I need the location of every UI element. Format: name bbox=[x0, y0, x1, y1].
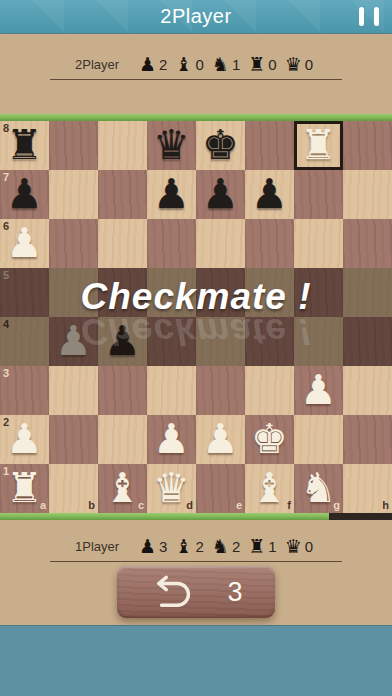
bottom-player-name: 1Player bbox=[75, 539, 119, 554]
piece-black-pawn: ♟ bbox=[98, 317, 147, 366]
square-g5[interactable] bbox=[294, 268, 343, 317]
top-player-name: 2Player bbox=[75, 57, 119, 72]
square-e6[interactable] bbox=[196, 219, 245, 268]
piece-black-pawn: ♟ bbox=[245, 170, 294, 219]
square-h3[interactable] bbox=[343, 366, 392, 415]
captured-pawn-top: ♟2 bbox=[139, 53, 167, 75]
bishop-count: 2 bbox=[196, 538, 204, 555]
bottom-divider bbox=[50, 561, 342, 562]
square-b2[interactable] bbox=[49, 415, 98, 464]
pause-icon bbox=[359, 7, 364, 26]
queen-icon: ♛ bbox=[285, 535, 302, 557]
square-b7[interactable] bbox=[49, 170, 98, 219]
square-e1[interactable]: e bbox=[196, 464, 245, 513]
pawn-count: 2 bbox=[159, 56, 167, 73]
file-label-e: e bbox=[236, 500, 242, 511]
square-b1[interactable]: b bbox=[49, 464, 98, 513]
piece-white-pawn: ♟ bbox=[294, 366, 343, 415]
piece-white-pawn: ♟ bbox=[147, 415, 196, 464]
piece-black-queen: ♛ bbox=[147, 121, 196, 170]
square-a4[interactable]: 4 bbox=[0, 317, 49, 366]
square-f3[interactable] bbox=[245, 366, 294, 415]
square-g6[interactable] bbox=[294, 219, 343, 268]
knight-count: 2 bbox=[232, 538, 240, 555]
pawn-icon: ♟ bbox=[139, 535, 156, 557]
piece-black-pawn: ♟ bbox=[196, 170, 245, 219]
square-f5[interactable] bbox=[245, 268, 294, 317]
queen-icon: ♛ bbox=[285, 53, 302, 75]
square-h1[interactable]: h bbox=[343, 464, 392, 513]
square-f1[interactable]: f♝ bbox=[245, 464, 294, 513]
piece-white-bishop: ♝ bbox=[245, 464, 294, 513]
square-h2[interactable] bbox=[343, 415, 392, 464]
undo-button[interactable]: 3 bbox=[117, 566, 275, 618]
piece-white-queen: ♛ bbox=[147, 464, 196, 513]
piece-white-bishop: ♝ bbox=[98, 464, 147, 513]
captured-knight-top: ♞1 bbox=[212, 53, 240, 75]
square-b4[interactable]: ♟ bbox=[49, 317, 98, 366]
square-g1[interactable]: g♞ bbox=[294, 464, 343, 513]
square-c7[interactable] bbox=[98, 170, 147, 219]
square-e3[interactable] bbox=[196, 366, 245, 415]
rook-icon: ♜ bbox=[248, 53, 265, 75]
square-e4[interactable] bbox=[196, 317, 245, 366]
pawn-count: 3 bbox=[159, 538, 167, 555]
square-g3[interactable]: ♟ bbox=[294, 366, 343, 415]
square-b8[interactable] bbox=[49, 121, 98, 170]
timer-bar-top bbox=[0, 114, 392, 121]
undo-count: 3 bbox=[227, 577, 242, 608]
square-g7[interactable] bbox=[294, 170, 343, 219]
footer-bar bbox=[0, 625, 392, 696]
square-c3[interactable] bbox=[98, 366, 147, 415]
square-h8[interactable] bbox=[343, 121, 392, 170]
square-c5[interactable] bbox=[98, 268, 147, 317]
rook-count: 1 bbox=[268, 538, 276, 555]
captured-queen-bottom: ♛0 bbox=[285, 535, 313, 557]
square-h5[interactable] bbox=[343, 268, 392, 317]
timer-top-fill bbox=[0, 114, 392, 121]
board-area: 8♜♛♚♜7♟♟♟♟6♟54♟♟3♟2♟♟♟♚1a♜bc♝d♛ef♝g♞h Ch… bbox=[0, 121, 392, 513]
undo-arrow-icon bbox=[149, 575, 191, 609]
pause-icon bbox=[374, 7, 379, 26]
captures-bottom: ♟3♝2♞2♜1♛0 bbox=[135, 535, 317, 557]
piece-white-knight: ♞ bbox=[294, 464, 343, 513]
square-a5[interactable]: 5 bbox=[0, 268, 49, 317]
square-e5[interactable] bbox=[196, 268, 245, 317]
square-f2[interactable]: ♚ bbox=[245, 415, 294, 464]
square-d3[interactable] bbox=[147, 366, 196, 415]
square-g4[interactable] bbox=[294, 317, 343, 366]
square-e8[interactable]: ♚ bbox=[196, 121, 245, 170]
bishop-icon: ♝ bbox=[175, 535, 192, 557]
pause-button[interactable] bbox=[359, 7, 379, 26]
knight-icon: ♞ bbox=[212, 53, 229, 75]
piece-white-pawn: ♟ bbox=[0, 219, 49, 268]
top-divider bbox=[50, 79, 342, 80]
piece-white-rook: ♜ bbox=[0, 464, 49, 513]
square-a7[interactable]: 7♟ bbox=[0, 170, 49, 219]
captured-bishop-bottom: ♝2 bbox=[175, 535, 203, 557]
square-f6[interactable] bbox=[245, 219, 294, 268]
square-b3[interactable] bbox=[49, 366, 98, 415]
square-a2[interactable]: 2♟ bbox=[0, 415, 49, 464]
pawn-icon: ♟ bbox=[139, 53, 156, 75]
piece-white-pawn: ♟ bbox=[49, 317, 98, 366]
captures-top: ♟2♝0♞1♜0♛0 bbox=[135, 53, 317, 75]
captured-bishop-top: ♝0 bbox=[175, 53, 203, 75]
queen-count: 0 bbox=[305, 538, 313, 555]
piece-white-pawn: ♟ bbox=[0, 415, 49, 464]
square-a8[interactable]: 8♜ bbox=[0, 121, 49, 170]
square-b5[interactable] bbox=[49, 268, 98, 317]
square-g2[interactable] bbox=[294, 415, 343, 464]
piece-white-king: ♚ bbox=[245, 415, 294, 464]
piece-black-rook: ♜ bbox=[0, 121, 49, 170]
square-d7[interactable]: ♟ bbox=[147, 170, 196, 219]
square-c1[interactable]: c♝ bbox=[98, 464, 147, 513]
square-d5[interactable] bbox=[147, 268, 196, 317]
square-h7[interactable] bbox=[343, 170, 392, 219]
knight-icon: ♞ bbox=[212, 535, 229, 557]
rook-icon: ♜ bbox=[248, 535, 265, 557]
square-d6[interactable] bbox=[147, 219, 196, 268]
file-label-b: b bbox=[88, 500, 95, 511]
file-label-h: h bbox=[382, 500, 389, 511]
square-c2[interactable] bbox=[98, 415, 147, 464]
piece-black-pawn: ♟ bbox=[0, 170, 49, 219]
rook-count: 0 bbox=[268, 56, 276, 73]
bishop-icon: ♝ bbox=[175, 53, 192, 75]
square-g8[interactable]: ♜ bbox=[294, 121, 343, 170]
rank-label-3: 3 bbox=[3, 368, 9, 379]
square-e7[interactable]: ♟ bbox=[196, 170, 245, 219]
piece-black-king: ♚ bbox=[196, 121, 245, 170]
chess-board: 8♜♛♚♜7♟♟♟♟6♟54♟♟3♟2♟♟♟♚1a♜bc♝d♛ef♝g♞h bbox=[0, 121, 392, 513]
square-f8[interactable] bbox=[245, 121, 294, 170]
captured-pawn-bottom: ♟3 bbox=[139, 535, 167, 557]
square-d4[interactable] bbox=[147, 317, 196, 366]
square-c8[interactable] bbox=[98, 121, 147, 170]
captured-queen-top: ♛0 bbox=[285, 53, 313, 75]
captured-rook-top: ♜0 bbox=[248, 53, 276, 75]
square-d8[interactable]: ♛ bbox=[147, 121, 196, 170]
page-title: 2Player bbox=[160, 5, 231, 28]
timer-bottom-fill bbox=[0, 513, 329, 520]
square-d1[interactable]: d♛ bbox=[147, 464, 196, 513]
square-d2[interactable]: ♟ bbox=[147, 415, 196, 464]
knight-count: 1 bbox=[232, 56, 240, 73]
square-f4[interactable] bbox=[245, 317, 294, 366]
rank-label-5: 5 bbox=[3, 270, 9, 281]
square-f7[interactable]: ♟ bbox=[245, 170, 294, 219]
square-c4[interactable]: ♟ bbox=[98, 317, 147, 366]
square-b6[interactable] bbox=[49, 219, 98, 268]
square-h4[interactable] bbox=[343, 317, 392, 366]
bishop-count: 0 bbox=[196, 56, 204, 73]
square-a6[interactable]: 6♟ bbox=[0, 219, 49, 268]
top-player-bar: 2Player ♟2♝0♞1♜0♛0 bbox=[0, 33, 392, 114]
captured-knight-bottom: ♞2 bbox=[212, 535, 240, 557]
square-a1[interactable]: 1a♜ bbox=[0, 464, 49, 513]
square-a3[interactable]: 3 bbox=[0, 366, 49, 415]
rank-label-4: 4 bbox=[3, 319, 9, 330]
square-c6[interactable] bbox=[98, 219, 147, 268]
piece-white-pawn: ♟ bbox=[196, 415, 245, 464]
title-bar: 2Player bbox=[0, 0, 392, 34]
piece-white-rook: ♜ bbox=[294, 121, 343, 170]
top-captures-row: 2Player ♟2♝0♞1♜0♛0 bbox=[0, 33, 392, 76]
queen-count: 0 bbox=[305, 56, 313, 73]
chess-app: 2Player 2Player ♟2♝0♞1♜0♛0 8♜♛♚♜7♟♟♟♟6♟5… bbox=[0, 0, 392, 696]
captured-rook-bottom: ♜1 bbox=[248, 535, 276, 557]
square-e2[interactable]: ♟ bbox=[196, 415, 245, 464]
timer-bar-bottom bbox=[0, 513, 392, 520]
piece-black-pawn: ♟ bbox=[147, 170, 196, 219]
bottom-captures-row: 1Player ♟3♝2♞2♜1♛0 bbox=[0, 520, 392, 558]
square-h6[interactable] bbox=[343, 219, 392, 268]
